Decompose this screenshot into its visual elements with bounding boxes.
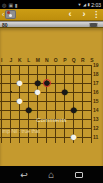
action-bar: ‹ ‹ › ⋮ [0, 9, 103, 21]
recents-icon[interactable] [75, 172, 83, 178]
column-label: P [61, 57, 68, 63]
android-nav-bar: ↩ ⌂ [0, 166, 103, 183]
row-label: 18 [93, 71, 103, 77]
column-label: M [34, 57, 41, 63]
stone-black: ● [33, 78, 43, 88]
home-icon[interactable]: ⌂ [48, 169, 54, 181]
app-icon-white-stone [9, 14, 12, 17]
column-label: Q [70, 57, 77, 63]
stone-black: ● [42, 78, 52, 88]
stone-white: ● [15, 78, 25, 88]
back-icon[interactable]: ↩ [20, 169, 28, 181]
column-label: J [7, 57, 14, 63]
column-label: N [43, 57, 50, 63]
wifi-icon: ▼ [78, 2, 82, 7]
row-label: 15 [93, 98, 103, 104]
notification-icon: ◎ [2, 2, 6, 8]
grid-line-horizontal [0, 101, 92, 102]
status-left-icons: ◎ ▣ ▮ [2, 2, 18, 8]
row-label: 19 [93, 62, 103, 68]
up-caret-icon[interactable]: ‹ [2, 10, 4, 20]
notification-icon: ▣ [8, 2, 13, 8]
notification-icon: ▮ [15, 2, 18, 8]
app-screen: ◎ ▣ ▮ ▼ ◢ ▮ 2:03 ‹ ‹ › ⋮ 80 IJKLMNOPQRS1… [0, 0, 103, 183]
grid-line-horizontal [0, 110, 92, 111]
seekbar-thumb[interactable] [89, 23, 98, 27]
grid-line-horizontal [0, 74, 92, 75]
column-label: L [25, 57, 32, 63]
grid-line-horizontal [0, 92, 92, 93]
status-bar: ◎ ▣ ▮ ▼ ◢ ▮ 2:03 [0, 0, 103, 9]
last-move-marker [43, 79, 51, 87]
star-point [10, 91, 12, 93]
stone-white: ● [15, 96, 25, 106]
row-label: 14 [93, 107, 103, 113]
app-icon[interactable] [5, 10, 16, 19]
signal-icon: ◢ [83, 2, 86, 7]
grid-line-horizontal [0, 137, 92, 138]
stone-black: ● [24, 105, 34, 115]
next-move-button[interactable]: › [77, 9, 91, 20]
grid-line-horizontal [0, 65, 92, 66]
overflow-menu-button[interactable]: ⋮ [91, 9, 101, 20]
stone-white: ● [33, 87, 43, 97]
row-label: 16 [93, 89, 103, 95]
battery-icon: ▮ [88, 2, 90, 7]
move-seekbar[interactable]: 80 [0, 21, 103, 28]
clock: 2:03 [91, 2, 101, 8]
stone-black: ● [60, 87, 70, 97]
comments-header: Comments [0, 117, 103, 123]
column-label: R [79, 57, 86, 63]
board-panel[interactable]: IJKLMNOPQRS191817161514131211●●●●●●●●● [0, 28, 103, 166]
row-label: 17 [93, 80, 103, 86]
column-label: K [16, 57, 23, 63]
status-right-icons: ▼ ◢ ▮ 2:03 [78, 2, 101, 8]
stone-black: ● [69, 105, 79, 115]
grid-line-horizontal [0, 83, 92, 84]
prev-move-button[interactable]: ‹ [63, 9, 77, 20]
row-label: 11 [93, 134, 103, 140]
column-label: O [52, 57, 59, 63]
comment-text: imp Nil : true that [2, 128, 101, 134]
column-label: I [0, 57, 5, 63]
